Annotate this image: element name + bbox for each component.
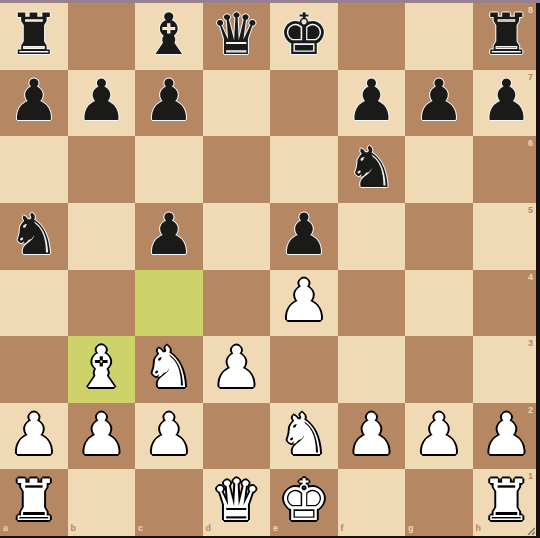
square-a2[interactable]: ♟ [0,403,68,470]
piece-black-knight[interactable]: ♞ [8,206,59,263]
piece-black-pawn[interactable]: ♟ [481,72,532,129]
square-e3[interactable] [270,336,338,403]
square-g3[interactable] [405,336,473,403]
square-b4[interactable] [68,270,136,337]
square-a1[interactable]: a♜ [0,469,68,536]
square-a8[interactable]: ♜ [0,3,68,70]
square-g6[interactable] [405,136,473,203]
piece-white-pawn[interactable]: ♟ [481,406,532,463]
file-label-f: f [341,524,344,533]
piece-black-pawn[interactable]: ♟ [8,72,59,129]
piece-black-pawn[interactable]: ♟ [76,72,127,129]
square-h6[interactable]: 6 [473,136,540,203]
piece-black-queen[interactable]: ♛ [211,6,262,63]
file-label-c: c [138,524,143,533]
square-c5[interactable]: ♟ [135,203,203,270]
file-label-g: g [408,524,414,533]
piece-black-rook[interactable]: ♜ [481,6,532,63]
piece-white-pawn[interactable]: ♟ [413,406,464,463]
square-e4[interactable]: ♟ [270,270,338,337]
square-c8[interactable]: ♝ [135,3,203,70]
piece-black-pawn[interactable]: ♟ [346,72,397,129]
piece-white-king[interactable]: ♚ [278,472,329,529]
square-b8[interactable] [68,3,136,70]
piece-white-knight[interactable]: ♞ [278,406,329,463]
square-h2[interactable]: 2♟ [473,403,540,470]
square-h7[interactable]: 7♟ [473,70,540,137]
square-a5[interactable]: ♞ [0,203,68,270]
piece-white-rook[interactable]: ♜ [8,472,59,529]
square-e1[interactable]: e♚ [270,469,338,536]
square-a4[interactable] [0,270,68,337]
piece-black-knight[interactable]: ♞ [346,139,397,196]
square-d4[interactable] [203,270,271,337]
square-e6[interactable] [270,136,338,203]
square-f3[interactable] [338,336,406,403]
piece-white-pawn[interactable]: ♟ [143,406,194,463]
square-g8[interactable] [405,3,473,70]
square-a3[interactable] [0,336,68,403]
square-e5[interactable]: ♟ [270,203,338,270]
rank-label-4: 4 [528,273,533,282]
square-d5[interactable] [203,203,271,270]
square-g7[interactable]: ♟ [405,70,473,137]
square-b7[interactable]: ♟ [68,70,136,137]
square-c1[interactable]: c [135,469,203,536]
square-b2[interactable]: ♟ [68,403,136,470]
piece-black-pawn[interactable]: ♟ [143,206,194,263]
square-f4[interactable] [338,270,406,337]
piece-white-pawn[interactable]: ♟ [76,406,127,463]
square-g4[interactable] [405,270,473,337]
rank-label-3: 3 [528,339,533,348]
chess-app: ♜♝♛♚8♜♟♟♟♟♟7♟♞6♞♟♟5♟4♝♞♟3♟♟♟♞♟♟2♟a♜bcd♛e… [0,0,540,538]
piece-black-pawn[interactable]: ♟ [278,206,329,263]
square-a7[interactable]: ♟ [0,70,68,137]
square-h8[interactable]: 8♜ [473,3,540,70]
file-label-b: b [71,524,77,533]
square-d8[interactable]: ♛ [203,3,271,70]
square-f2[interactable]: ♟ [338,403,406,470]
square-d7[interactable] [203,70,271,137]
square-a6[interactable] [0,136,68,203]
piece-white-knight[interactable]: ♞ [143,339,194,396]
square-c2[interactable]: ♟ [135,403,203,470]
square-g1[interactable]: g [405,469,473,536]
board-resize-handle-icon[interactable] [525,525,535,535]
piece-white-pawn[interactable]: ♟ [8,406,59,463]
square-d3[interactable]: ♟ [203,336,271,403]
square-e8[interactable]: ♚ [270,3,338,70]
square-f5[interactable] [338,203,406,270]
square-c7[interactable]: ♟ [135,70,203,137]
piece-black-bishop[interactable]: ♝ [143,6,194,63]
square-f6[interactable]: ♞ [338,136,406,203]
square-c6[interactable] [135,136,203,203]
square-f1[interactable]: f [338,469,406,536]
piece-black-rook[interactable]: ♜ [8,6,59,63]
piece-white-pawn[interactable]: ♟ [278,272,329,329]
piece-black-king[interactable]: ♚ [278,6,329,63]
square-d1[interactable]: d♛ [203,469,271,536]
square-b1[interactable]: b [68,469,136,536]
square-e7[interactable] [270,70,338,137]
square-g5[interactable] [405,203,473,270]
square-b3[interactable]: ♝ [68,336,136,403]
piece-white-queen[interactable]: ♛ [211,472,262,529]
piece-white-pawn[interactable]: ♟ [346,406,397,463]
square-f7[interactable]: ♟ [338,70,406,137]
piece-white-pawn[interactable]: ♟ [211,339,262,396]
piece-white-bishop[interactable]: ♝ [76,339,127,396]
square-f8[interactable] [338,3,406,70]
square-g2[interactable]: ♟ [405,403,473,470]
piece-black-pawn[interactable]: ♟ [413,72,464,129]
square-h3[interactable]: 3 [473,336,540,403]
chess-board: ♜♝♛♚8♜♟♟♟♟♟7♟♞6♞♟♟5♟4♝♞♟3♟♟♟♞♟♟2♟a♜bcd♛e… [0,3,540,536]
square-b6[interactable] [68,136,136,203]
square-c3[interactable]: ♞ [135,336,203,403]
rank-label-5: 5 [528,206,533,215]
piece-black-pawn[interactable]: ♟ [143,72,194,129]
square-b5[interactable] [68,203,136,270]
square-c4[interactable] [135,270,203,337]
rank-label-6: 6 [528,139,533,148]
piece-white-rook[interactable]: ♜ [481,472,532,529]
square-e2[interactable]: ♞ [270,403,338,470]
square-d6[interactable] [203,136,271,203]
board-right-border [536,3,540,538]
square-h5[interactable]: 5 [473,203,540,270]
square-d2[interactable] [203,403,271,470]
square-h4[interactable]: 4 [473,270,540,337]
